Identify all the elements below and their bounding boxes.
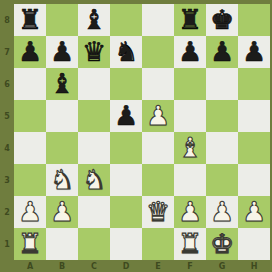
file-label-g: G <box>206 260 238 272</box>
square-f7[interactable]: ♟ <box>174 36 206 68</box>
rank-label-2: 2 <box>0 196 14 228</box>
white-pawn[interactable]: ♟ <box>146 100 170 132</box>
square-h4[interactable] <box>238 132 270 164</box>
black-pawn[interactable]: ♟ <box>114 100 138 132</box>
rank-label-6: 6 <box>0 68 14 100</box>
rank-label-4: 4 <box>0 132 14 164</box>
rank-label-7: 7 <box>0 36 14 68</box>
rank-label-1: 1 <box>0 228 14 260</box>
square-e5[interactable]: ♟ <box>142 100 174 132</box>
black-rook[interactable]: ♜ <box>178 4 202 36</box>
square-h1[interactable] <box>238 228 270 260</box>
square-f3[interactable] <box>174 164 206 196</box>
black-pawn[interactable]: ♟ <box>50 36 74 68</box>
square-f2[interactable]: ♟ <box>174 196 206 228</box>
square-d5[interactable]: ♟ <box>110 100 142 132</box>
square-d8[interactable] <box>110 4 142 36</box>
rank-label-8: 8 <box>0 4 14 36</box>
square-f8[interactable]: ♜ <box>174 4 206 36</box>
square-g6[interactable] <box>206 68 238 100</box>
square-h8[interactable] <box>238 4 270 36</box>
square-d6[interactable] <box>110 68 142 100</box>
square-b6[interactable]: ♝ <box>46 68 78 100</box>
white-bishop[interactable]: ♝ <box>178 132 202 164</box>
square-a4[interactable] <box>14 132 46 164</box>
square-c8[interactable]: ♝ <box>78 4 110 36</box>
square-a3[interactable] <box>14 164 46 196</box>
square-c6[interactable] <box>78 68 110 100</box>
square-e1[interactable] <box>142 228 174 260</box>
square-c2[interactable] <box>78 196 110 228</box>
square-b4[interactable] <box>46 132 78 164</box>
white-rook[interactable]: ♜ <box>18 228 42 260</box>
white-queen[interactable]: ♛ <box>146 196 170 228</box>
square-d4[interactable] <box>110 132 142 164</box>
square-a7[interactable]: ♟ <box>14 36 46 68</box>
square-h3[interactable] <box>238 164 270 196</box>
rank-labels: 87654321 <box>0 4 14 260</box>
square-h7[interactable]: ♟ <box>238 36 270 68</box>
square-b8[interactable] <box>46 4 78 36</box>
square-b2[interactable]: ♟ <box>46 196 78 228</box>
file-label-f: F <box>174 260 206 272</box>
square-b7[interactable]: ♟ <box>46 36 78 68</box>
square-e7[interactable] <box>142 36 174 68</box>
chess-board: ♜♝♜♚♟♟♛♞♟♟♟♝♟♟♝♞♞♟♟♛♟♟♟♜♜♚ <box>14 4 270 260</box>
rank-label-5: 5 <box>0 100 14 132</box>
square-c5[interactable] <box>78 100 110 132</box>
file-label-b: B <box>46 260 78 272</box>
square-g1[interactable]: ♚ <box>206 228 238 260</box>
white-pawn[interactable]: ♟ <box>50 196 74 228</box>
black-queen[interactable]: ♛ <box>82 36 106 68</box>
square-g3[interactable] <box>206 164 238 196</box>
square-c4[interactable] <box>78 132 110 164</box>
file-label-e: E <box>142 260 174 272</box>
square-a6[interactable] <box>14 68 46 100</box>
square-d2[interactable] <box>110 196 142 228</box>
square-d3[interactable] <box>110 164 142 196</box>
black-pawn[interactable]: ♟ <box>242 36 266 68</box>
file-label-c: C <box>78 260 110 272</box>
square-b3[interactable]: ♞ <box>46 164 78 196</box>
white-pawn[interactable]: ♟ <box>210 196 234 228</box>
square-a8[interactable]: ♜ <box>14 4 46 36</box>
square-a5[interactable] <box>14 100 46 132</box>
rank-label-3: 3 <box>0 164 14 196</box>
white-rook[interactable]: ♜ <box>178 228 202 260</box>
square-g7[interactable]: ♟ <box>206 36 238 68</box>
file-label-h: H <box>238 260 270 272</box>
square-e8[interactable] <box>142 4 174 36</box>
black-pawn[interactable]: ♟ <box>210 36 234 68</box>
white-king[interactable]: ♚ <box>210 228 234 260</box>
chess-board-widget: 87654321 ♜♝♜♚♟♟♛♞♟♟♟♝♟♟♝♞♞♟♟♛♟♟♟♜♜♚ ABCD… <box>0 0 272 272</box>
square-g4[interactable] <box>206 132 238 164</box>
square-h6[interactable] <box>238 68 270 100</box>
square-h2[interactable]: ♟ <box>238 196 270 228</box>
black-bishop[interactable]: ♝ <box>82 4 106 36</box>
black-king[interactable]: ♚ <box>210 4 234 36</box>
square-b1[interactable] <box>46 228 78 260</box>
square-a2[interactable]: ♟ <box>14 196 46 228</box>
square-e3[interactable] <box>142 164 174 196</box>
white-pawn[interactable]: ♟ <box>242 196 266 228</box>
square-h5[interactable] <box>238 100 270 132</box>
square-g5[interactable] <box>206 100 238 132</box>
square-a1[interactable]: ♜ <box>14 228 46 260</box>
white-knight[interactable]: ♞ <box>50 164 74 196</box>
square-g2[interactable]: ♟ <box>206 196 238 228</box>
white-knight[interactable]: ♞ <box>82 164 106 196</box>
square-f5[interactable] <box>174 100 206 132</box>
white-pawn[interactable]: ♟ <box>18 196 42 228</box>
square-d7[interactable]: ♞ <box>110 36 142 68</box>
white-pawn[interactable]: ♟ <box>178 196 202 228</box>
black-knight[interactable]: ♞ <box>114 36 138 68</box>
square-e4[interactable] <box>142 132 174 164</box>
square-f6[interactable] <box>174 68 206 100</box>
black-pawn[interactable]: ♟ <box>178 36 202 68</box>
square-d1[interactable] <box>110 228 142 260</box>
file-label-d: D <box>110 260 142 272</box>
file-labels: ABCDEFGH <box>14 260 270 272</box>
square-g8[interactable]: ♚ <box>206 4 238 36</box>
black-bishop[interactable]: ♝ <box>50 68 74 100</box>
square-b5[interactable] <box>46 100 78 132</box>
square-c1[interactable] <box>78 228 110 260</box>
black-pawn[interactable]: ♟ <box>18 36 42 68</box>
file-label-a: A <box>14 260 46 272</box>
square-f1[interactable]: ♜ <box>174 228 206 260</box>
square-c7[interactable]: ♛ <box>78 36 110 68</box>
square-c3[interactable]: ♞ <box>78 164 110 196</box>
square-e2[interactable]: ♛ <box>142 196 174 228</box>
square-e6[interactable] <box>142 68 174 100</box>
square-f4[interactable]: ♝ <box>174 132 206 164</box>
black-rook[interactable]: ♜ <box>18 4 42 36</box>
